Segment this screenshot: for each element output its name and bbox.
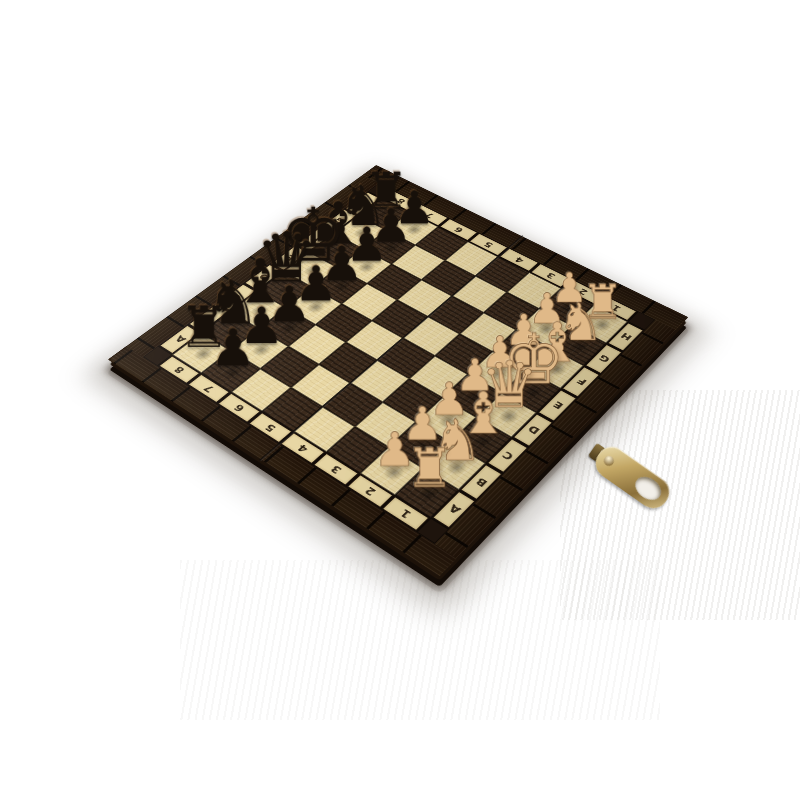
frame-corner — [416, 518, 449, 544]
perspective-scene: ABCDEFGH8877665544332211ABCDEFGH ♜♞♝♛♚♝♞… — [0, 0, 800, 800]
product-photo-stage: ABCDEFGH8877665544332211ABCDEFGH ♜♞♝♛♚♝♞… — [0, 0, 800, 800]
black-pawn-glyph: ♟ — [192, 324, 275, 372]
chess-board: ABCDEFGH8877665544332211ABCDEFGH ♜♞♝♛♚♝♞… — [108, 165, 688, 576]
board-face: ABCDEFGH8877665544332211ABCDEFGH ♜♞♝♛♚♝♞… — [108, 165, 688, 576]
white-rook-glyph: ♜ — [384, 443, 475, 494]
